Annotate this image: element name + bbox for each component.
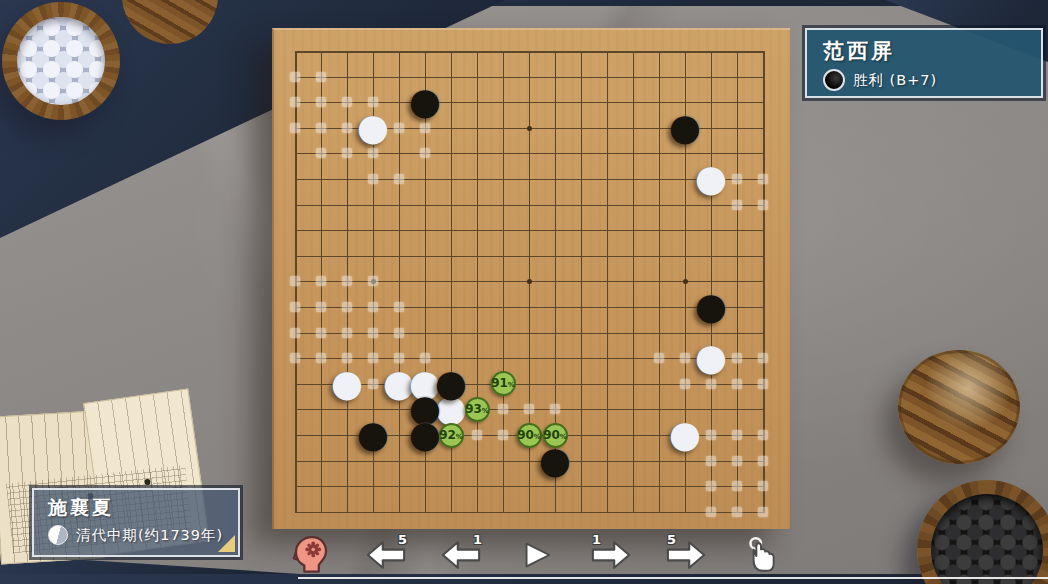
stone-white: ●: [697, 344, 725, 372]
black-stones-bowl: [917, 480, 1048, 584]
hint-winrate: 90: [517, 425, 534, 446]
play-icon: [519, 539, 553, 571]
go-stone-glyph: ●: [409, 88, 441, 116]
ghost-mark: [368, 148, 378, 158]
ghost-mark: [680, 379, 690, 389]
star-point: [527, 126, 532, 131]
forward-1-count: 1: [592, 532, 601, 547]
ghost-mark: [290, 276, 300, 286]
expand-corner-icon[interactable]: [218, 535, 235, 552]
ghost-mark: [290, 97, 300, 107]
scene: ●●●●●●●●●●●●●●●●91%93%92%90%90% 范西屏 胜利 (…: [0, 0, 1048, 584]
ghost-mark: [706, 430, 716, 440]
white-stone-icon: [48, 525, 68, 545]
pointer-tool-button[interactable]: [738, 536, 784, 574]
grid-line: [295, 512, 764, 514]
ghost-mark: [316, 97, 326, 107]
ghost-mark: [758, 200, 768, 210]
white-stones-bowl: [2, 2, 120, 120]
back-1-button[interactable]: 1: [438, 536, 484, 574]
go-stone-glyph: ●: [357, 421, 389, 449]
ghost-mark: [368, 328, 378, 338]
ghost-mark: [732, 200, 742, 210]
forward-5-count: 5: [667, 532, 676, 547]
percent-sign: %: [508, 375, 515, 396]
stone-black: ●: [541, 447, 569, 475]
era-label: 清代中期(约1739年): [76, 526, 223, 545]
ghost-mark: [342, 148, 352, 158]
go-stone-glyph: ●: [669, 114, 701, 142]
ghost-mark: [316, 276, 326, 286]
hint-winrate: 91: [491, 373, 508, 394]
ghost-mark: [342, 97, 352, 107]
ghost-mark: [368, 174, 378, 184]
ghost-mark: [420, 123, 430, 133]
grid-line: [295, 333, 764, 334]
ghost-mark: [654, 353, 664, 363]
ghost-mark: [732, 507, 742, 517]
grid-line: [711, 51, 712, 513]
ghost-mark: [706, 481, 716, 491]
grid-line: [581, 51, 582, 513]
stone-black: ●: [671, 114, 699, 142]
percent-sign: %: [482, 401, 489, 422]
forward-1-button[interactable]: 1: [588, 536, 634, 574]
ghost-mark: [550, 404, 560, 414]
grid-line: [737, 51, 738, 513]
ghost-mark: [290, 353, 300, 363]
ai-hint-stone[interactable]: 90%: [517, 423, 542, 448]
grid-line: [295, 384, 764, 385]
grid-line: [295, 358, 764, 359]
ghost-mark: [368, 379, 378, 389]
go-stone-glyph: ●: [669, 421, 701, 449]
ghost-mark: [680, 353, 690, 363]
ai-hint-stone[interactable]: 93%: [465, 397, 490, 422]
ghost-mark: [758, 456, 768, 466]
ghost-mark: [316, 328, 326, 338]
black-stone-icon: [823, 69, 845, 91]
hint-winrate: 93: [465, 399, 482, 420]
percent-sign: %: [560, 427, 567, 448]
grid-line: [295, 486, 764, 487]
star-point: [683, 279, 688, 284]
hint-winrate: 92: [439, 425, 456, 446]
go-stone-glyph: ●: [357, 114, 389, 142]
ai-hint-stone[interactable]: 90%: [543, 423, 568, 448]
stone-black: ●: [697, 293, 725, 321]
ghost-mark: [732, 430, 742, 440]
stone-white: ●: [359, 114, 387, 142]
ghost-mark: [732, 456, 742, 466]
ghost-mark: [706, 507, 716, 517]
ghost-mark: [342, 276, 352, 286]
go-stone-glyph: ●: [331, 370, 363, 398]
ghost-mark: [342, 302, 352, 312]
ghost-mark: [290, 302, 300, 312]
percent-sign: %: [534, 427, 541, 448]
nav-divider: [298, 577, 1048, 579]
ghost-mark: [342, 328, 352, 338]
ghost-mark: [290, 72, 300, 82]
ghost-mark: [368, 302, 378, 312]
grid-line: [763, 51, 765, 513]
star-point: [527, 279, 532, 284]
rewind-5-count: 5: [398, 532, 407, 547]
white-stones: [17, 17, 105, 105]
bowl-lid: [898, 350, 1020, 464]
player-name: 施襄夏: [48, 495, 226, 521]
ghost-mark: [758, 174, 768, 184]
ghost-mark: [316, 123, 326, 133]
ghost-mark: [472, 430, 482, 440]
ai-analysis-button[interactable]: [288, 536, 334, 574]
ghost-mark: [732, 174, 742, 184]
back-1-count: 1: [473, 532, 482, 547]
ghost-mark: [290, 123, 300, 133]
player-name: 范西屏: [823, 37, 1027, 65]
percent-sign: %: [456, 427, 463, 448]
ai-hint-stone[interactable]: 92%: [439, 423, 464, 448]
ghost-mark: [758, 507, 768, 517]
stone-white: ●: [671, 421, 699, 449]
ghost-mark: [758, 430, 768, 440]
forward-5-button[interactable]: 5: [663, 536, 709, 574]
grid-line: [659, 51, 660, 513]
ghost-mark: [706, 456, 716, 466]
stone-black: ●: [411, 88, 439, 116]
stone-black: ●: [411, 421, 439, 449]
ghost-mark: [342, 123, 352, 133]
ghost-mark: [732, 353, 742, 363]
go-stone-glyph: ●: [695, 293, 727, 321]
result-label: 胜利 (B+7): [853, 71, 937, 90]
ghost-mark: [368, 353, 378, 363]
go-stone-glyph: ●: [695, 344, 727, 372]
stone-black: ●: [437, 370, 465, 398]
ghost-mark: [524, 404, 534, 414]
ghost-mark: [368, 276, 378, 286]
ghost-mark: [758, 353, 768, 363]
ghost-mark: [758, 379, 768, 389]
ghost-mark: [732, 481, 742, 491]
ghost-mark: [394, 302, 404, 312]
play-button[interactable]: [513, 536, 559, 574]
ghost-mark: [394, 123, 404, 133]
go-board[interactable]: ●●●●●●●●●●●●●●●●91%93%92%90%90%: [272, 28, 790, 529]
ghost-mark: [758, 481, 768, 491]
grid-line: [295, 461, 764, 462]
ghost-mark: [290, 328, 300, 338]
ghost-mark: [706, 379, 716, 389]
go-stone-glyph: ●: [539, 447, 571, 475]
ghost-mark: [498, 404, 508, 414]
ghost-mark: [394, 328, 404, 338]
ghost-mark: [732, 379, 742, 389]
ghost-mark: [394, 174, 404, 184]
hand-pointer-icon: [742, 535, 780, 575]
ai-hint-stone[interactable]: 91%: [491, 371, 516, 396]
player-plate-black: 范西屏 胜利 (B+7): [805, 28, 1043, 98]
stone-white: ●: [697, 165, 725, 193]
grid-line: [633, 51, 634, 513]
brain-head-icon: [290, 535, 332, 575]
grid-line: [295, 307, 764, 308]
player-plate-white[interactable]: 施襄夏 清代中期(约1739年): [32, 488, 240, 557]
ghost-mark: [316, 72, 326, 82]
hint-winrate: 90: [543, 425, 560, 446]
go-stone-glyph: ●: [409, 421, 441, 449]
go-stone-glyph: ●: [695, 165, 727, 193]
ghost-mark: [316, 302, 326, 312]
stone-white: ●: [333, 370, 361, 398]
grid-line: [607, 51, 608, 513]
black-stones: [931, 494, 1043, 584]
ghost-mark: [316, 148, 326, 158]
ghost-mark: [420, 148, 430, 158]
rewind-5-button[interactable]: 5: [363, 536, 409, 574]
ghost-mark: [316, 353, 326, 363]
move-nav-bar: 5 1 1 5: [288, 534, 788, 576]
ghost-mark: [498, 430, 508, 440]
stone-black: ●: [359, 421, 387, 449]
